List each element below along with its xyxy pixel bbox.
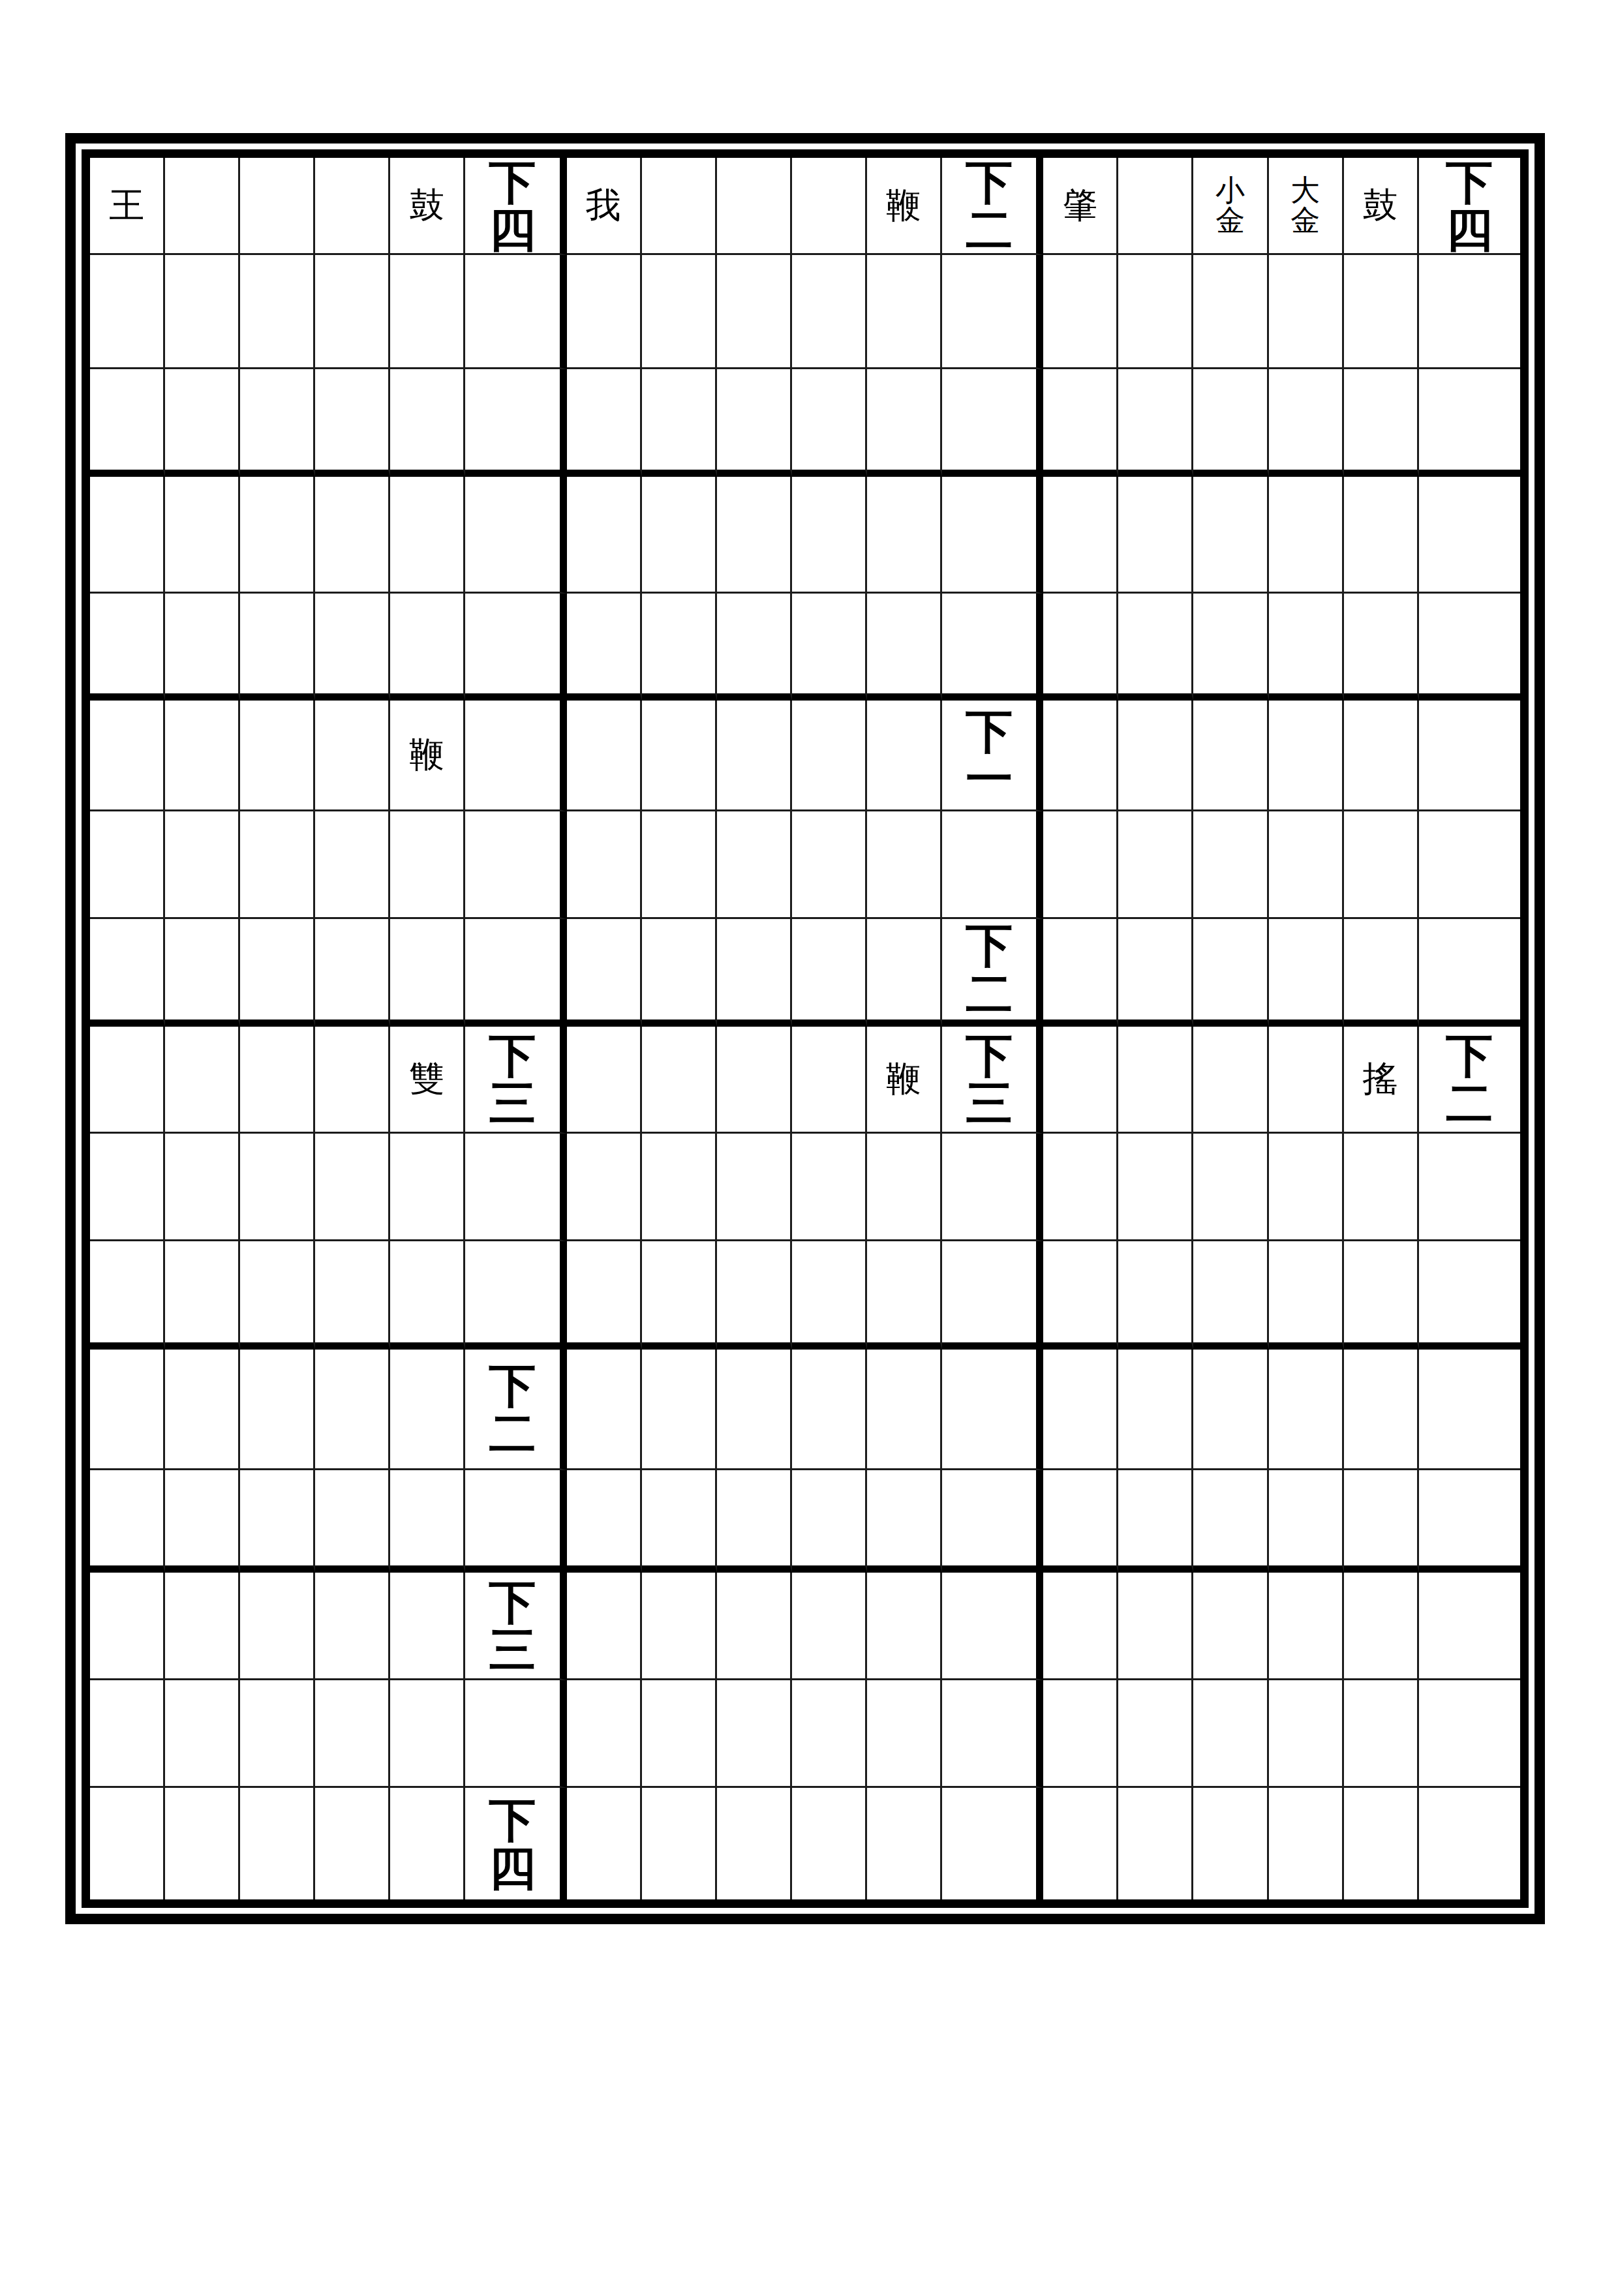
grid-cell-r11c8 [642, 1241, 717, 1350]
grid-cell-r16c6: 下四 [465, 1788, 566, 1899]
grid-cell-r16c12 [942, 1788, 1043, 1899]
grid-cell-r3c7 [567, 369, 642, 477]
grid-cell-r7c11 [867, 811, 942, 919]
grid-cell-r12c14 [1118, 1350, 1193, 1470]
grid-cell-r7c14 [1118, 811, 1193, 919]
grid-cell-r9c9 [717, 1027, 792, 1134]
grid-cell-r11c1 [90, 1241, 165, 1350]
grid-cell-r16c15 [1193, 1788, 1268, 1899]
glyph: 下 [489, 1031, 536, 1079]
grid-cell-r10c10 [792, 1134, 867, 1241]
grid-cell-r15c9 [717, 1680, 792, 1788]
grid-cell-r3c4 [315, 369, 390, 477]
grid-cell-r14c5 [390, 1573, 465, 1680]
grid-cell-r11c12 [942, 1241, 1043, 1350]
grid-cell-r6c14 [1118, 701, 1193, 811]
grid-cell-r6c9 [717, 701, 792, 811]
grid-cell-r7c6 [465, 811, 566, 919]
grid-cell-r8c17 [1344, 919, 1419, 1027]
grid-cell-r12c6: 下二 [465, 1350, 566, 1470]
glyph: 小 [1215, 175, 1245, 205]
grid-cell-r8c1 [90, 919, 165, 1027]
grid-cell-r13c13 [1043, 1470, 1118, 1573]
scanned-score-page: { "meta": { "document_type": "scanned Ch… [0, 0, 1618, 2296]
grid-cell-r14c16 [1269, 1573, 1344, 1680]
grid-cell-r8c4 [315, 919, 390, 1027]
grid-cell-r7c9 [717, 811, 792, 919]
grid-cell-r8c13 [1043, 919, 1118, 1027]
grid-cell-r16c18 [1419, 1788, 1520, 1899]
grid-cell-r10c2 [165, 1134, 240, 1241]
grid-cell-r2c17 [1344, 255, 1419, 369]
grid-cell-r12c16 [1269, 1350, 1344, 1470]
cell-text: 我 [586, 187, 621, 224]
glyph: 二 [966, 969, 1013, 1017]
grid-cell-r6c13 [1043, 701, 1118, 811]
grid-cell-r13c11 [867, 1470, 942, 1573]
grid-cell-r4c10 [792, 477, 867, 594]
grid-cell-r2c1 [90, 255, 165, 369]
grid-cell-r16c14 [1118, 1788, 1193, 1899]
cell-text: 下三 [489, 1578, 536, 1674]
glyph: 下 [966, 707, 1013, 755]
grid-cell-r13c4 [315, 1470, 390, 1573]
grid-cell-r11c17 [1344, 1241, 1419, 1350]
cell-text: 下三 [489, 1031, 536, 1127]
grid-cell-r10c16 [1269, 1134, 1344, 1241]
grid-cell-r16c9 [717, 1788, 792, 1899]
grid-cell-r15c15 [1193, 1680, 1268, 1788]
grid-cell-r7c18 [1419, 811, 1520, 919]
grid-cell-r6c10 [792, 701, 867, 811]
grid-cell-r8c14 [1118, 919, 1193, 1027]
grid-cell-r15c12 [942, 1680, 1043, 1788]
grid-cell-r2c11 [867, 255, 942, 369]
grid-cell-r16c16 [1269, 1788, 1344, 1899]
grid-cell-r5c11 [867, 594, 942, 701]
grid-cell-r3c15 [1193, 369, 1268, 477]
score-frame-inner: 王鼓下四我鞭下二肇小金大金鼓下四鞭下一下二雙下三鞭下三搖下二下二下三下四 [82, 149, 1529, 1908]
grid-cell-r9c10 [792, 1027, 867, 1134]
cell-text: 小金 [1215, 175, 1245, 235]
grid-cell-r15c11 [867, 1680, 942, 1788]
cell-text: 鼓 [1363, 187, 1398, 224]
grid-cell-r3c5 [390, 369, 465, 477]
grid-cell-r2c4 [315, 255, 390, 369]
glyph: 下 [966, 1031, 1013, 1079]
grid-cell-r16c5 [390, 1788, 465, 1899]
glyph: 王 [109, 187, 144, 224]
grid-cell-r3c17 [1344, 369, 1419, 477]
grid-cell-r15c13 [1043, 1680, 1118, 1788]
grid-cell-r4c18 [1419, 477, 1520, 594]
grid-cell-r15c10 [792, 1680, 867, 1788]
grid-cell-r1c10 [792, 158, 867, 255]
grid-cell-r16c13 [1043, 1788, 1118, 1899]
grid-cell-r10c6 [465, 1134, 566, 1241]
grid-cell-r5c1 [90, 594, 165, 701]
grid-cell-r5c13 [1043, 594, 1118, 701]
grid-cell-r9c8 [642, 1027, 717, 1134]
grid-cell-r2c10 [792, 255, 867, 369]
grid-cell-r1c7: 我 [567, 158, 642, 255]
grid-cell-r3c2 [165, 369, 240, 477]
grid-cell-r3c6 [465, 369, 566, 477]
grid-cell-r3c13 [1043, 369, 1118, 477]
cell-text: 肇 [1062, 187, 1097, 224]
grid-cell-r4c8 [642, 477, 717, 594]
grid-cell-r9c17: 搖 [1344, 1027, 1419, 1134]
grid-cell-r8c6 [465, 919, 566, 1027]
glyph: 三 [489, 1625, 536, 1673]
grid-cell-r4c11 [867, 477, 942, 594]
grid-cell-r12c9 [717, 1350, 792, 1470]
grid-cell-r3c14 [1118, 369, 1193, 477]
grid-cell-r6c12: 下一 [942, 701, 1043, 811]
grid-cell-r7c10 [792, 811, 867, 919]
grid-cell-r15c8 [642, 1680, 717, 1788]
grid-cell-r2c14 [1118, 255, 1193, 369]
grid-cell-r1c17: 鼓 [1344, 158, 1419, 255]
grid-cell-r14c8 [642, 1573, 717, 1680]
grid-cell-r11c5 [390, 1241, 465, 1350]
grid-cell-r2c2 [165, 255, 240, 369]
grid-cell-r16c7 [567, 1788, 642, 1899]
grid-cell-r14c4 [315, 1573, 390, 1680]
cell-text: 鞭 [886, 1061, 921, 1098]
glyph: 鞭 [409, 736, 444, 774]
grid-cell-r4c9 [717, 477, 792, 594]
grid-cell-r2c16 [1269, 255, 1344, 369]
grid-cell-r14c1 [90, 1573, 165, 1680]
glyph: 金 [1215, 205, 1245, 235]
grid-cell-r3c1 [90, 369, 165, 477]
grid-cell-r13c1 [90, 1470, 165, 1573]
glyph: 一 [966, 755, 1013, 802]
grid-cell-r8c15 [1193, 919, 1268, 1027]
grid-cell-r1c18: 下四 [1419, 158, 1520, 255]
grid-cell-r9c16 [1269, 1027, 1344, 1134]
grid-cell-r2c12 [942, 255, 1043, 369]
grid-cell-r4c16 [1269, 477, 1344, 594]
grid-cell-r12c17 [1344, 1350, 1419, 1470]
glyph: 下 [489, 1578, 536, 1625]
grid-cell-r5c15 [1193, 594, 1268, 701]
grid-cell-r1c4 [315, 158, 390, 255]
grid-cell-r4c4 [315, 477, 390, 594]
glyph: 下 [1446, 158, 1493, 205]
grid-cell-r4c3 [240, 477, 315, 594]
grid-cell-r13c17 [1344, 1470, 1419, 1573]
grid-cell-r15c1 [90, 1680, 165, 1788]
grid-cell-r13c3 [240, 1470, 315, 1573]
grid-cell-r9c3 [240, 1027, 315, 1134]
grid-cell-r2c8 [642, 255, 717, 369]
grid-cell-r3c16 [1269, 369, 1344, 477]
score-grid: 王鼓下四我鞭下二肇小金大金鼓下四鞭下一下二雙下三鞭下三搖下二下二下三下四 [90, 158, 1520, 1899]
grid-cell-r16c3 [240, 1788, 315, 1899]
grid-cell-r12c15 [1193, 1350, 1268, 1470]
cell-text: 鞭 [409, 736, 444, 774]
cell-text: 下二 [489, 1361, 536, 1457]
cell-text: 下二 [966, 921, 1013, 1017]
grid-cell-r8c2 [165, 919, 240, 1027]
glyph: 下 [489, 158, 536, 205]
grid-cell-r16c8 [642, 1788, 717, 1899]
grid-cell-r6c6 [465, 701, 566, 811]
grid-cell-r6c15 [1193, 701, 1268, 811]
cell-text: 下一 [966, 707, 1013, 803]
grid-cell-r14c2 [165, 1573, 240, 1680]
glyph: 下 [966, 158, 1013, 205]
grid-cell-r9c12: 下三 [942, 1027, 1043, 1134]
grid-cell-r1c1: 王 [90, 158, 165, 255]
grid-cell-r6c11 [867, 701, 942, 811]
grid-cell-r13c9 [717, 1470, 792, 1573]
glyph: 二 [1446, 1079, 1493, 1126]
grid-cell-r7c16 [1269, 811, 1344, 919]
grid-cell-r1c2 [165, 158, 240, 255]
grid-cell-r8c5 [390, 919, 465, 1027]
grid-cell-r11c15 [1193, 1241, 1268, 1350]
grid-cell-r11c3 [240, 1241, 315, 1350]
grid-cell-r1c16: 大金 [1269, 158, 1344, 255]
grid-cell-r7c12 [942, 811, 1043, 919]
grid-cell-r11c18 [1419, 1241, 1520, 1350]
grid-cell-r2c9 [717, 255, 792, 369]
grid-cell-r11c9 [717, 1241, 792, 1350]
grid-cell-r13c8 [642, 1470, 717, 1573]
grid-cell-r2c18 [1419, 255, 1520, 369]
grid-cell-r8c7 [567, 919, 642, 1027]
grid-cell-r3c10 [792, 369, 867, 477]
glyph: 三 [966, 1079, 1013, 1126]
grid-cell-r4c2 [165, 477, 240, 594]
grid-cell-r9c7 [567, 1027, 642, 1134]
grid-cell-r5c9 [717, 594, 792, 701]
grid-cell-r6c2 [165, 701, 240, 811]
grid-cell-r10c9 [717, 1134, 792, 1241]
grid-cell-r14c11 [867, 1573, 942, 1680]
grid-cell-r3c9 [717, 369, 792, 477]
grid-cell-r15c14 [1118, 1680, 1193, 1788]
grid-cell-r3c11 [867, 369, 942, 477]
grid-cell-r9c13 [1043, 1027, 1118, 1134]
grid-cell-r15c2 [165, 1680, 240, 1788]
grid-cell-r8c12: 下二 [942, 919, 1043, 1027]
cell-text: 大金 [1290, 175, 1320, 235]
grid-cell-r2c15 [1193, 255, 1268, 369]
grid-cell-r9c6: 下三 [465, 1027, 566, 1134]
grid-cell-r5c8 [642, 594, 717, 701]
grid-cell-r8c8 [642, 919, 717, 1027]
cell-text: 王 [109, 187, 144, 224]
grid-cell-r16c17 [1344, 1788, 1419, 1899]
grid-cell-r12c2 [165, 1350, 240, 1470]
grid-cell-r11c4 [315, 1241, 390, 1350]
grid-cell-r7c17 [1344, 811, 1419, 919]
grid-cell-r2c3 [240, 255, 315, 369]
glyph: 下 [966, 921, 1013, 969]
grid-cell-r6c17 [1344, 701, 1419, 811]
glyph: 大 [1290, 175, 1320, 205]
grid-cell-r13c10 [792, 1470, 867, 1573]
grid-cell-r11c2 [165, 1241, 240, 1350]
grid-cell-r2c13 [1043, 255, 1118, 369]
glyph: 我 [586, 187, 621, 224]
grid-cell-r4c7 [567, 477, 642, 594]
grid-cell-r8c11 [867, 919, 942, 1027]
grid-cell-r8c16 [1269, 919, 1344, 1027]
grid-cell-r9c18: 下二 [1419, 1027, 1520, 1134]
grid-cell-r16c2 [165, 1788, 240, 1899]
glyph: 下 [489, 1361, 536, 1409]
glyph: 四 [489, 1844, 536, 1892]
grid-cell-r7c5 [390, 811, 465, 919]
grid-cell-r12c4 [315, 1350, 390, 1470]
grid-cell-r8c18 [1419, 919, 1520, 1027]
grid-cell-r11c13 [1043, 1241, 1118, 1350]
glyph: 二 [966, 205, 1013, 253]
grid-cell-r11c14 [1118, 1241, 1193, 1350]
grid-cell-r6c7 [567, 701, 642, 811]
grid-cell-r3c3 [240, 369, 315, 477]
grid-cell-r8c9 [717, 919, 792, 1027]
cell-text: 下四 [489, 158, 536, 253]
grid-cell-r4c12 [942, 477, 1043, 594]
grid-cell-r5c2 [165, 594, 240, 701]
grid-cell-r14c6: 下三 [465, 1573, 566, 1680]
grid-cell-r12c11 [867, 1350, 942, 1470]
grid-cell-r2c5 [390, 255, 465, 369]
grid-cell-r12c1 [90, 1350, 165, 1470]
grid-cell-r14c7 [567, 1573, 642, 1680]
grid-cell-r1c5: 鼓 [390, 158, 465, 255]
glyph: 四 [1446, 205, 1493, 253]
grid-cell-r10c15 [1193, 1134, 1268, 1241]
grid-cell-r1c3 [240, 158, 315, 255]
grid-cell-r6c3 [240, 701, 315, 811]
grid-cell-r3c12 [942, 369, 1043, 477]
grid-cell-r1c14 [1118, 158, 1193, 255]
grid-cell-r10c3 [240, 1134, 315, 1241]
grid-cell-r5c6 [465, 594, 566, 701]
grid-cell-r11c11 [867, 1241, 942, 1350]
grid-cell-r5c18 [1419, 594, 1520, 701]
grid-cell-r1c11: 鞭 [867, 158, 942, 255]
grid-cell-r8c3 [240, 919, 315, 1027]
grid-cell-r4c13 [1043, 477, 1118, 594]
grid-cell-r11c16 [1269, 1241, 1344, 1350]
grid-cell-r13c14 [1118, 1470, 1193, 1573]
grid-cell-r1c6: 下四 [465, 158, 566, 255]
grid-cell-r16c11 [867, 1788, 942, 1899]
grid-cell-r10c17 [1344, 1134, 1419, 1241]
grid-cell-r10c11 [867, 1134, 942, 1241]
grid-cell-r6c16 [1269, 701, 1344, 811]
glyph: 搖 [1363, 1061, 1398, 1098]
grid-cell-r15c16 [1269, 1680, 1344, 1788]
grid-cell-r11c7 [567, 1241, 642, 1350]
glyph: 鼓 [409, 187, 444, 224]
cell-text: 搖 [1363, 1061, 1398, 1098]
grid-cell-r10c13 [1043, 1134, 1118, 1241]
glyph: 鞭 [886, 187, 921, 224]
grid-cell-r12c13 [1043, 1350, 1118, 1470]
grid-cell-r15c3 [240, 1680, 315, 1788]
grid-cell-r6c8 [642, 701, 717, 811]
grid-cell-r13c16 [1269, 1470, 1344, 1573]
grid-cell-r13c2 [165, 1470, 240, 1573]
glyph: 下 [489, 1796, 536, 1843]
grid-cell-r5c5 [390, 594, 465, 701]
grid-cell-r6c4 [315, 701, 390, 811]
cell-text: 雙 [409, 1061, 444, 1098]
grid-cell-r4c14 [1118, 477, 1193, 594]
grid-cell-r12c18 [1419, 1350, 1520, 1470]
glyph: 肇 [1062, 187, 1097, 224]
grid-cell-r5c3 [240, 594, 315, 701]
glyph: 四 [489, 205, 536, 253]
grid-cell-r14c3 [240, 1573, 315, 1680]
grid-cell-r13c18 [1419, 1470, 1520, 1573]
grid-cell-r4c5 [390, 477, 465, 594]
score-frame-outer: 王鼓下四我鞭下二肇小金大金鼓下四鞭下一下二雙下三鞭下三搖下二下二下三下四 [65, 133, 1545, 1924]
grid-cell-r12c12 [942, 1350, 1043, 1470]
grid-cell-r14c18 [1419, 1573, 1520, 1680]
grid-cell-r10c7 [567, 1134, 642, 1241]
grid-cell-r10c18 [1419, 1134, 1520, 1241]
grid-cell-r16c10 [792, 1788, 867, 1899]
grid-cell-r13c7 [567, 1470, 642, 1573]
grid-cell-r14c12 [942, 1573, 1043, 1680]
grid-cell-r15c7 [567, 1680, 642, 1788]
grid-cell-r7c1 [90, 811, 165, 919]
grid-cell-r14c17 [1344, 1573, 1419, 1680]
grid-cell-r10c5 [390, 1134, 465, 1241]
grid-cell-r1c13: 肇 [1043, 158, 1118, 255]
grid-cell-r10c1 [90, 1134, 165, 1241]
grid-cell-r9c2 [165, 1027, 240, 1134]
grid-cell-r5c4 [315, 594, 390, 701]
grid-cell-r5c14 [1118, 594, 1193, 701]
grid-cell-r10c8 [642, 1134, 717, 1241]
grid-cell-r11c10 [792, 1241, 867, 1350]
grid-cell-r1c12: 下二 [942, 158, 1043, 255]
grid-cell-r5c12 [942, 594, 1043, 701]
grid-cell-r12c5 [390, 1350, 465, 1470]
grid-cell-r10c14 [1118, 1134, 1193, 1241]
grid-cell-r2c6 [465, 255, 566, 369]
glyph: 下 [1446, 1031, 1493, 1079]
grid-cell-r13c5 [390, 1470, 465, 1573]
grid-cell-r9c14 [1118, 1027, 1193, 1134]
grid-cell-r9c4 [315, 1027, 390, 1134]
grid-cell-r15c4 [315, 1680, 390, 1788]
grid-cell-r9c15 [1193, 1027, 1268, 1134]
cell-text: 下四 [1446, 158, 1493, 253]
grid-cell-r7c13 [1043, 811, 1118, 919]
grid-cell-r12c10 [792, 1350, 867, 1470]
glyph: 金 [1290, 205, 1320, 235]
grid-cell-r14c13 [1043, 1573, 1118, 1680]
grid-cell-r4c15 [1193, 477, 1268, 594]
grid-cell-r15c6 [465, 1680, 566, 1788]
grid-cell-r1c8 [642, 158, 717, 255]
cell-text: 下三 [966, 1031, 1013, 1127]
grid-cell-r5c7 [567, 594, 642, 701]
grid-cell-r10c12 [942, 1134, 1043, 1241]
